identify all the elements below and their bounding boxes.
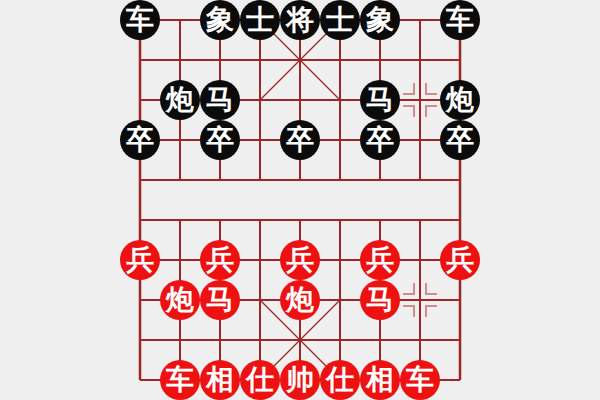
piece-red-cannon[interactable]: 炮 [160,280,200,320]
piece-red-soldier[interactable]: 兵 [200,240,240,280]
board-point-d9[interactable]: 仕 [240,360,280,400]
board-point-g6[interactable]: 兵 [360,240,400,280]
piece-red-horse[interactable]: 马 [360,280,400,320]
board-point-a9[interactable] [120,360,160,400]
board-point-b2[interactable]: 炮 [160,80,200,120]
piece-black-advisor[interactable]: 士 [240,0,280,40]
board-point-a2[interactable] [120,80,160,120]
board-point-b3[interactable] [160,120,200,160]
board-point-d4[interactable] [240,160,280,200]
board-point-a7[interactable] [120,280,160,320]
board-point-a3[interactable]: 卒 [120,120,160,160]
piece-black-cannon[interactable]: 炮 [440,80,480,120]
board-point-e6[interactable]: 兵 [280,240,320,280]
piece-red-soldier[interactable]: 兵 [120,240,160,280]
board-point-e8[interactable] [280,320,320,360]
board-point-e3[interactable]: 卒 [280,120,320,160]
board-point-g0[interactable]: 象 [360,0,400,40]
board-point-e0[interactable]: 将 [280,0,320,40]
board-point-g4[interactable] [360,160,400,200]
board-point-c1[interactable] [200,40,240,80]
board-point-e2[interactable] [280,80,320,120]
piece-black-chariot[interactable]: 车 [440,0,480,40]
board-point-h8[interactable] [400,320,440,360]
board-point-g3[interactable]: 卒 [360,120,400,160]
board-point-a1[interactable] [120,40,160,80]
board-point-b5[interactable] [160,200,200,240]
board-point-i7[interactable] [440,280,480,320]
board-point-h0[interactable] [400,0,440,40]
board-point-h1[interactable] [400,40,440,80]
board-point-d1[interactable] [240,40,280,80]
piece-red-elephant[interactable]: 相 [200,360,240,400]
board-point-d6[interactable] [240,240,280,280]
board-point-b6[interactable] [160,240,200,280]
board-point-f3[interactable] [320,120,360,160]
board-point-h3[interactable] [400,120,440,160]
board-point-h9[interactable]: 车 [400,360,440,400]
board-point-e4[interactable] [280,160,320,200]
piece-black-horse[interactable]: 马 [200,80,240,120]
board-point-e7[interactable]: 炮 [280,280,320,320]
board-point-i2[interactable]: 炮 [440,80,480,120]
board-point-a0[interactable]: 车 [120,0,160,40]
board-point-f9[interactable]: 仕 [320,360,360,400]
piece-red-chariot[interactable]: 车 [160,360,200,400]
board-point-f7[interactable] [320,280,360,320]
board-point-f1[interactable] [320,40,360,80]
board-point-i9[interactable] [440,360,480,400]
board-point-i1[interactable] [440,40,480,80]
piece-red-soldier[interactable]: 兵 [280,240,320,280]
board-point-h6[interactable] [400,240,440,280]
board-point-a4[interactable] [120,160,160,200]
piece-red-soldier[interactable]: 兵 [440,240,480,280]
piece-red-horse[interactable]: 马 [200,280,240,320]
board-point-c0[interactable]: 象 [200,0,240,40]
board-point-c7[interactable]: 马 [200,280,240,320]
board-point-e1[interactable] [280,40,320,80]
piece-black-cannon[interactable]: 炮 [160,80,200,120]
piece-black-soldier[interactable]: 卒 [120,120,160,160]
board-point-d5[interactable] [240,200,280,240]
board-point-i0[interactable]: 车 [440,0,480,40]
board-point-c6[interactable]: 兵 [200,240,240,280]
board-point-d8[interactable] [240,320,280,360]
board-point-f2[interactable] [320,80,360,120]
board-point-a5[interactable] [120,200,160,240]
piece-red-chariot[interactable]: 车 [400,360,440,400]
board-point-h7[interactable] [400,280,440,320]
piece-red-soldier[interactable]: 兵 [360,240,400,280]
board-point-c5[interactable] [200,200,240,240]
piece-black-advisor[interactable]: 士 [320,0,360,40]
piece-black-chariot[interactable]: 车 [120,0,160,40]
board-grid: 车象士将士象车炮马马炮卒卒卒卒卒兵兵兵兵兵炮马炮马车相仕帅仕相车 [120,0,480,400]
board-point-c4[interactable] [200,160,240,200]
board-point-c9[interactable]: 相 [200,360,240,400]
board-point-g7[interactable]: 马 [360,280,400,320]
board-point-d7[interactable] [240,280,280,320]
piece-black-soldier[interactable]: 卒 [200,120,240,160]
board-point-h4[interactable] [400,160,440,200]
piece-red-general[interactable]: 帅 [280,360,320,400]
piece-black-general[interactable]: 将 [280,0,320,40]
board-point-i3[interactable]: 卒 [440,120,480,160]
board-point-f5[interactable] [320,200,360,240]
board-point-g5[interactable] [360,200,400,240]
board-point-f6[interactable] [320,240,360,280]
board-point-c8[interactable] [200,320,240,360]
board-point-d2[interactable] [240,80,280,120]
board-point-b1[interactable] [160,40,200,80]
board-point-b4[interactable] [160,160,200,200]
xiangqi-board: 车象士将士象车炮马马炮卒卒卒卒卒兵兵兵兵兵炮马炮马车相仕帅仕相车 [0,0,600,400]
piece-black-elephant[interactable]: 象 [200,0,240,40]
piece-red-cannon[interactable]: 炮 [280,280,320,320]
piece-red-elephant[interactable]: 相 [360,360,400,400]
board-point-g8[interactable] [360,320,400,360]
piece-black-elephant[interactable]: 象 [360,0,400,40]
board-point-c2[interactable]: 马 [200,80,240,120]
board-point-g2[interactable]: 马 [360,80,400,120]
board-point-b7[interactable]: 炮 [160,280,200,320]
board-point-e9[interactable]: 帅 [280,360,320,400]
piece-black-soldier[interactable]: 卒 [360,120,400,160]
board-point-b0[interactable] [160,0,200,40]
board-point-g9[interactable]: 相 [360,360,400,400]
board-point-d3[interactable] [240,120,280,160]
board-point-a6[interactable]: 兵 [120,240,160,280]
piece-black-horse[interactable]: 马 [360,80,400,120]
board-point-i4[interactable] [440,160,480,200]
board-point-i5[interactable] [440,200,480,240]
board-point-h2[interactable] [400,80,440,120]
board-point-i8[interactable] [440,320,480,360]
board-point-f8[interactable] [320,320,360,360]
board-point-f4[interactable] [320,160,360,200]
board-point-g1[interactable] [360,40,400,80]
board-point-h5[interactable] [400,200,440,240]
board-point-d0[interactable]: 士 [240,0,280,40]
piece-black-soldier[interactable]: 卒 [440,120,480,160]
piece-red-advisor[interactable]: 仕 [320,360,360,400]
board-point-a8[interactable] [120,320,160,360]
board-point-c3[interactable]: 卒 [200,120,240,160]
board-point-b9[interactable]: 车 [160,360,200,400]
board-point-i6[interactable]: 兵 [440,240,480,280]
board-point-b8[interactable] [160,320,200,360]
piece-black-soldier[interactable]: 卒 [280,120,320,160]
piece-red-advisor[interactable]: 仕 [240,360,280,400]
board-point-f0[interactable]: 士 [320,0,360,40]
board-point-e5[interactable] [280,200,320,240]
